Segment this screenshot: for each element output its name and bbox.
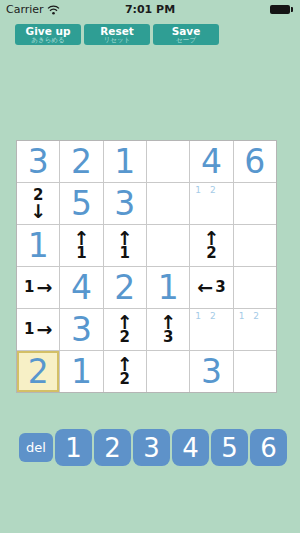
pencil-marks: 1 2 [195, 312, 218, 321]
clue-number: 3 [215, 280, 225, 294]
cell-r3c6[interactable] [234, 225, 276, 266]
cell-r3c3[interactable]: ↑1 [104, 225, 146, 266]
status-bar: Carrier 7:01 PM [0, 0, 300, 20]
cell-r6c6[interactable] [234, 351, 276, 392]
give-up-sublabel: あきらめる [15, 37, 81, 44]
numpad: del123456 [19, 429, 287, 466]
pencil-marks: 1 2 [239, 312, 262, 321]
cell-digit: 4 [201, 145, 222, 178]
clue-number: 2 [206, 246, 216, 260]
cell-r6c3[interactable]: ↑2 [104, 351, 146, 392]
down-arrow-icon: ↓ [30, 203, 46, 219]
numpad-6-button[interactable]: 6 [250, 429, 287, 466]
cell-digit: 2 [71, 145, 92, 178]
left-arrow-icon: ← [197, 279, 213, 295]
cell-r6c2[interactable]: 1 [60, 351, 102, 392]
cell-r5c1[interactable]: 1→ [17, 309, 59, 350]
clue-number: 3 [163, 330, 173, 344]
cell-digit: 3 [71, 313, 92, 346]
pencil-marks: 1 2 [195, 186, 218, 195]
cell-r5c6[interactable]: 1 2 [234, 309, 276, 350]
clue-number: 2 [120, 330, 130, 344]
clue-number: 1 [24, 322, 34, 336]
cell-r5c5[interactable]: 1 2 [190, 309, 232, 350]
cell-digit: 5 [71, 187, 92, 220]
cell-r5c3[interactable]: ↑2 [104, 309, 146, 350]
cell-r3c5[interactable]: ↑2 [190, 225, 232, 266]
cell-r2c4[interactable] [147, 183, 189, 224]
cell-r4c1[interactable]: 1→ [17, 267, 59, 308]
cell-r5c4[interactable]: ↑3 [147, 309, 189, 350]
cell-r1c1[interactable]: 3 [17, 141, 59, 182]
clock: 7:01 PM [0, 3, 300, 16]
cell-digit: 1 [158, 271, 179, 304]
give-up-button[interactable]: Give up あきらめる [15, 24, 81, 45]
save-button[interactable]: Save セーブ [153, 24, 219, 45]
cell-digit: 1 [28, 229, 49, 262]
numpad-2-button[interactable]: 2 [94, 429, 131, 466]
right-arrow-icon: → [36, 279, 52, 295]
cell-r4c4[interactable]: 1 [147, 267, 189, 308]
cell-r3c2[interactable]: ↑1 [60, 225, 102, 266]
cell-r1c6[interactable]: 6 [234, 141, 276, 182]
battery-icon [270, 5, 290, 14]
cell-r4c5[interactable]: ←3 [190, 267, 232, 308]
cell-digit: 4 [71, 271, 92, 304]
cell-digit: 2 [28, 355, 49, 388]
cell-r1c2[interactable]: 2 [60, 141, 102, 182]
numpad-5-button[interactable]: 5 [211, 429, 248, 466]
clue-number: 1 [24, 280, 34, 294]
cell-r6c5[interactable]: 3 [190, 351, 232, 392]
numpad-4-button[interactable]: 4 [172, 429, 209, 466]
puzzle-board: 321462↓531 21↑1↑1↑21→421←31→3↑2↑31 21 22… [16, 140, 277, 393]
save-sublabel: セーブ [153, 37, 219, 44]
toolbar: Give up あきらめる Reset リセット Save セーブ [15, 24, 219, 45]
cell-r6c4[interactable] [147, 351, 189, 392]
cell-r1c4[interactable] [147, 141, 189, 182]
numpad-3-button[interactable]: 3 [133, 429, 170, 466]
reset-sublabel: リセット [84, 37, 150, 44]
cell-r4c6[interactable] [234, 267, 276, 308]
numpad-1-button[interactable]: 1 [55, 429, 92, 466]
app-screen: Carrier 7:01 PM Give up あきらめる Reset リセット… [0, 0, 300, 533]
cell-digit: 2 [114, 271, 135, 304]
cell-digit: 3 [28, 145, 49, 178]
cell-r6c1[interactable]: 2 [17, 351, 59, 392]
reset-button[interactable]: Reset リセット [84, 24, 150, 45]
cell-r4c2[interactable]: 4 [60, 267, 102, 308]
cell-r2c2[interactable]: 5 [60, 183, 102, 224]
cell-r2c3[interactable]: 3 [104, 183, 146, 224]
cell-r2c1[interactable]: 2↓ [17, 183, 59, 224]
cell-r2c6[interactable] [234, 183, 276, 224]
cell-digit: 3 [201, 355, 222, 388]
cell-r5c2[interactable]: 3 [60, 309, 102, 350]
cell-digit: 6 [244, 145, 265, 178]
cell-digit: 3 [114, 187, 135, 220]
cell-r3c1[interactable]: 1 [17, 225, 59, 266]
cell-r1c5[interactable]: 4 [190, 141, 232, 182]
cell-digit: 1 [71, 355, 92, 388]
clue-number: 1 [120, 246, 130, 260]
clue-number: 2 [120, 372, 130, 386]
cell-r2c5[interactable]: 1 2 [190, 183, 232, 224]
cell-r1c3[interactable]: 1 [104, 141, 146, 182]
cell-r4c3[interactable]: 2 [104, 267, 146, 308]
cell-digit: 1 [114, 145, 135, 178]
numpad-del-button[interactable]: del [19, 433, 53, 462]
right-arrow-icon: → [36, 321, 52, 337]
clue-number: 1 [76, 246, 86, 260]
cell-r3c4[interactable] [147, 225, 189, 266]
